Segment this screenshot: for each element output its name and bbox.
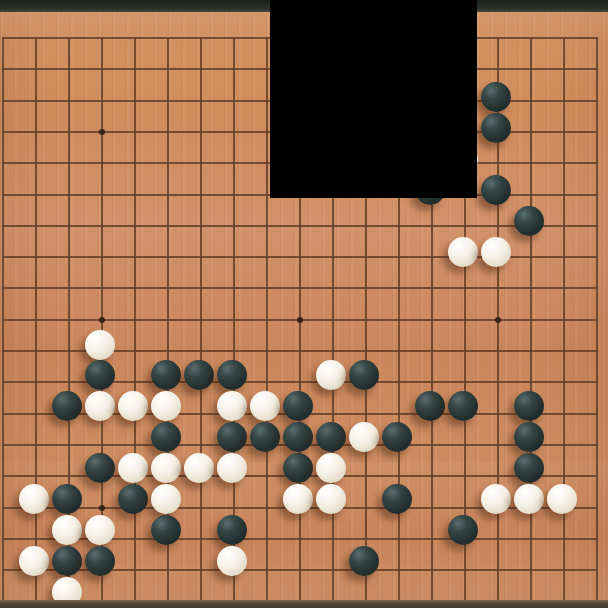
- white-stone: [52, 515, 82, 545]
- white-stone: [481, 237, 511, 267]
- grid-line: [563, 38, 565, 603]
- black-stone: [481, 113, 511, 143]
- white-stone: [85, 515, 115, 545]
- star-point: [495, 317, 501, 323]
- black-stone: [85, 360, 115, 390]
- grid-line: [530, 38, 532, 603]
- white-stone: [217, 453, 247, 483]
- grid-line: [35, 38, 37, 603]
- grid-line: [266, 38, 268, 603]
- censor-mask: [270, 0, 477, 198]
- white-stone: [85, 391, 115, 421]
- black-stone: [316, 422, 346, 452]
- black-stone: [85, 546, 115, 576]
- grid-line: [200, 38, 202, 603]
- star-point: [99, 317, 105, 323]
- white-stone: [514, 484, 544, 514]
- white-stone: [118, 453, 148, 483]
- black-stone: [151, 422, 181, 452]
- black-stone: [382, 422, 412, 452]
- black-stone: [349, 546, 379, 576]
- white-stone: [19, 484, 49, 514]
- black-stone: [283, 422, 313, 452]
- star-point: [99, 505, 105, 511]
- white-stone: [118, 391, 148, 421]
- star-point: [99, 129, 105, 135]
- white-stone: [19, 546, 49, 576]
- black-stone: [514, 422, 544, 452]
- white-stone: [217, 546, 247, 576]
- white-stone: [151, 391, 181, 421]
- black-stone: [85, 453, 115, 483]
- grid-line: [2, 38, 4, 603]
- white-stone: [316, 453, 346, 483]
- black-stone: [151, 515, 181, 545]
- black-stone: [217, 360, 247, 390]
- black-stone: [514, 391, 544, 421]
- white-stone: [481, 484, 511, 514]
- white-stone: [151, 453, 181, 483]
- grid-line: [134, 38, 136, 603]
- black-stone: [481, 82, 511, 112]
- black-stone: [514, 453, 544, 483]
- black-stone: [184, 360, 214, 390]
- black-stone: [52, 391, 82, 421]
- white-stone: [151, 484, 181, 514]
- black-stone: [481, 175, 511, 205]
- black-stone: [118, 484, 148, 514]
- black-stone: [52, 484, 82, 514]
- table-edge-bottom: [0, 600, 608, 608]
- black-stone: [283, 453, 313, 483]
- black-stone: [52, 546, 82, 576]
- black-stone: [217, 422, 247, 452]
- white-stone: [316, 360, 346, 390]
- white-stone: [184, 453, 214, 483]
- grid-line: [596, 38, 598, 603]
- white-stone: [448, 237, 478, 267]
- star-point: [297, 317, 303, 323]
- black-stone: [151, 360, 181, 390]
- black-stone: [349, 360, 379, 390]
- black-stone: [448, 515, 478, 545]
- black-stone: [250, 422, 280, 452]
- white-stone: [85, 330, 115, 360]
- white-stone: [316, 484, 346, 514]
- white-stone: [217, 391, 247, 421]
- black-stone: [448, 391, 478, 421]
- black-stone: [514, 206, 544, 236]
- go-board-photo: [0, 0, 608, 608]
- white-stone: [547, 484, 577, 514]
- white-stone: [250, 391, 280, 421]
- white-stone: [349, 422, 379, 452]
- white-stone: [283, 484, 313, 514]
- black-stone: [283, 391, 313, 421]
- black-stone: [217, 515, 247, 545]
- black-stone: [415, 391, 445, 421]
- black-stone: [382, 484, 412, 514]
